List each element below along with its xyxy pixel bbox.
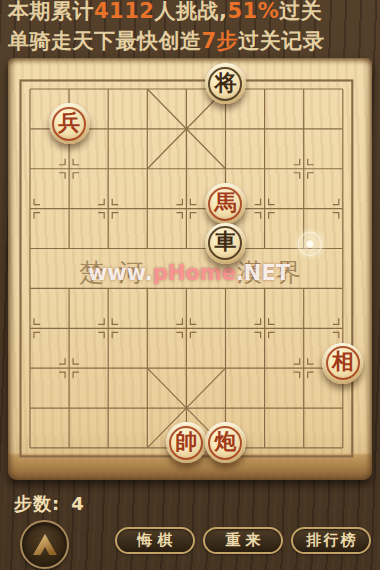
black-chariot[interactable]: 車	[205, 223, 246, 264]
piece-character: 車	[214, 231, 236, 253]
piece-character: 相	[332, 351, 354, 373]
text-segment: 过关记录	[238, 29, 324, 53]
text-segment: 本期累计	[8, 0, 94, 23]
step-counter-value: 4	[71, 493, 85, 514]
text-segment: 过关	[279, 0, 322, 23]
piece-character: 将	[214, 72, 236, 94]
text-segment: 单骑走天下最快创造	[8, 29, 202, 53]
undo-button[interactable]: 悔棋	[115, 527, 195, 554]
xiangqi-app: 本期累计4112人挑战,51%过关 单骑走天下最快创造7步过关记录 楚河 漢界 …	[0, 0, 380, 570]
red-horse[interactable]: 馬	[205, 183, 246, 224]
sparkle-effect	[305, 239, 315, 249]
xiangqi-board[interactable]: 楚河 漢界 www.pHome.NET 将兵馬車相帥炮	[8, 58, 372, 480]
restart-button[interactable]: 重来	[203, 527, 283, 554]
text-segment: 51%	[227, 0, 279, 23]
text-segment: 7步	[202, 29, 239, 53]
chevron-up-icon	[31, 532, 59, 558]
red-soldier[interactable]: 兵	[49, 103, 90, 144]
challenge-stats-line: 本期累计4112人挑战,51%过关	[8, 0, 322, 25]
red-cannon[interactable]: 炮	[205, 422, 246, 463]
piece-character: 馬	[214, 192, 236, 214]
expand-up-button[interactable]	[20, 520, 69, 569]
leaderboard-button[interactable]: 排行榜	[291, 527, 371, 554]
red-general[interactable]: 帥	[166, 422, 207, 463]
red-elephant[interactable]: 相	[322, 343, 363, 384]
text-segment: 4112	[94, 0, 154, 23]
piece-character: 帥	[175, 431, 197, 453]
step-counter-label: 步数:	[14, 493, 60, 514]
step-counter: 步数:4	[14, 492, 85, 516]
pieces-layer: 将兵馬車相帥炮	[10, 69, 362, 468]
piece-character: 炮	[214, 431, 236, 453]
record-line: 单骑走天下最快创造7步过关记录	[8, 27, 324, 55]
black-general[interactable]: 将	[205, 63, 246, 104]
text-segment: 人挑战,	[154, 0, 227, 23]
piece-character: 兵	[58, 112, 80, 134]
